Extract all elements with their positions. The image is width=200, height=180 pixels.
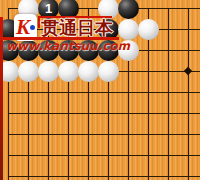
white-stone (138, 19, 159, 40)
white-stone (118, 40, 139, 61)
white-stone (18, 61, 39, 82)
white-stone (118, 19, 139, 40)
black-stone (98, 19, 119, 40)
black-stone (58, 40, 79, 61)
black-stone (38, 40, 59, 61)
move-number-label: 1 (38, 0, 59, 19)
black-stone (78, 40, 99, 61)
black-stone (0, 19, 19, 40)
black-stone (18, 40, 39, 61)
black-stone (58, 0, 79, 19)
white-stone (98, 61, 119, 82)
white-stone (18, 0, 39, 19)
move-1-stone: 1 (38, 0, 59, 19)
go-board[interactable]: 1 K 贯通日本 www.kantsuu.com (0, 0, 200, 180)
white-stone (38, 61, 59, 82)
board-stones: 1 (0, 0, 198, 180)
white-stone (78, 61, 99, 82)
black-stone (0, 40, 19, 61)
white-stone (98, 0, 119, 19)
black-stone (118, 0, 139, 19)
black-stone (98, 40, 119, 61)
white-stone (0, 61, 19, 82)
white-stone (58, 61, 79, 82)
